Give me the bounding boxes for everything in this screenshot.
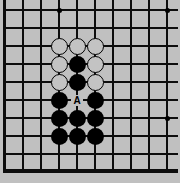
intersection	[140, 91, 158, 109]
intersection	[104, 37, 122, 55]
black-stone	[87, 92, 104, 109]
black-stone	[69, 110, 86, 127]
intersection	[32, 1, 50, 19]
intersection	[32, 145, 50, 163]
intersection	[32, 109, 50, 127]
black-stone	[87, 128, 104, 145]
intersection	[0, 145, 14, 163]
white-stone	[51, 74, 68, 91]
intersection	[14, 91, 32, 109]
intersection	[140, 145, 158, 163]
intersection	[158, 91, 176, 109]
intersection	[50, 73, 68, 91]
go-board: A	[0, 0, 180, 183]
white-stone	[51, 38, 68, 55]
intersection	[0, 127, 14, 145]
intersection	[140, 37, 158, 55]
intersection	[32, 163, 50, 181]
intersection	[140, 109, 158, 127]
intersection	[140, 1, 158, 19]
intersection	[50, 55, 68, 73]
black-stone	[51, 128, 68, 145]
intersection	[158, 1, 176, 19]
black-stone	[87, 110, 104, 127]
intersection	[0, 37, 14, 55]
intersection	[0, 91, 14, 109]
white-stone	[87, 74, 104, 91]
intersection	[158, 55, 176, 73]
intersection: A	[68, 91, 86, 109]
intersection	[86, 109, 104, 127]
intersection	[158, 145, 176, 163]
intersection	[122, 1, 140, 19]
intersection	[158, 19, 176, 37]
black-stone	[69, 128, 86, 145]
intersection	[122, 145, 140, 163]
intersection	[104, 163, 122, 181]
intersection	[122, 19, 140, 37]
point-label-A: A	[71, 95, 82, 106]
intersection	[86, 55, 104, 73]
intersection	[50, 37, 68, 55]
intersection	[50, 109, 68, 127]
intersection	[104, 55, 122, 73]
intersection	[86, 1, 104, 19]
intersection	[0, 19, 14, 37]
intersection	[32, 91, 50, 109]
intersection	[14, 55, 32, 73]
intersection	[122, 127, 140, 145]
intersection	[32, 19, 50, 37]
intersection	[86, 127, 104, 145]
intersection	[122, 109, 140, 127]
intersection	[68, 163, 86, 181]
intersection	[86, 73, 104, 91]
intersection	[86, 91, 104, 109]
intersection	[104, 145, 122, 163]
intersection	[14, 37, 32, 55]
intersection	[14, 19, 32, 37]
black-stone	[69, 56, 86, 73]
intersection	[50, 91, 68, 109]
intersection	[122, 55, 140, 73]
white-stone	[69, 38, 86, 55]
intersection	[104, 127, 122, 145]
intersection	[158, 109, 176, 127]
intersection	[0, 109, 14, 127]
intersection	[32, 55, 50, 73]
intersection	[0, 73, 14, 91]
intersection	[158, 37, 176, 55]
intersection	[86, 163, 104, 181]
intersection	[122, 73, 140, 91]
intersection	[32, 37, 50, 55]
intersection	[104, 91, 122, 109]
white-stone	[51, 56, 68, 73]
intersection	[68, 1, 86, 19]
intersection	[68, 127, 86, 145]
intersection	[122, 37, 140, 55]
intersection	[0, 55, 14, 73]
intersection	[86, 145, 104, 163]
intersection	[14, 1, 32, 19]
intersection	[104, 73, 122, 91]
intersection	[50, 127, 68, 145]
black-stone	[51, 110, 68, 127]
intersection	[104, 1, 122, 19]
intersection	[68, 109, 86, 127]
intersection	[104, 19, 122, 37]
intersection	[68, 145, 86, 163]
intersection	[50, 19, 68, 37]
intersection	[32, 127, 50, 145]
intersection	[158, 127, 176, 145]
board-grid: A	[0, 1, 176, 181]
intersection	[0, 163, 14, 181]
intersection	[68, 55, 86, 73]
intersection	[122, 91, 140, 109]
intersection	[0, 1, 14, 19]
white-stone	[87, 56, 104, 73]
intersection	[104, 109, 122, 127]
black-stone	[51, 92, 68, 109]
intersection	[158, 73, 176, 91]
intersection	[14, 127, 32, 145]
intersection	[14, 73, 32, 91]
intersection	[68, 19, 86, 37]
intersection	[86, 19, 104, 37]
intersection	[86, 37, 104, 55]
intersection	[122, 163, 140, 181]
intersection	[14, 145, 32, 163]
intersection	[14, 109, 32, 127]
intersection	[32, 73, 50, 91]
intersection	[140, 163, 158, 181]
intersection	[14, 163, 32, 181]
intersection	[50, 163, 68, 181]
intersection	[140, 127, 158, 145]
intersection	[50, 1, 68, 19]
intersection	[50, 145, 68, 163]
intersection	[68, 73, 86, 91]
intersection	[140, 19, 158, 37]
intersection	[158, 163, 176, 181]
intersection	[68, 37, 86, 55]
intersection	[140, 73, 158, 91]
white-stone	[87, 38, 104, 55]
intersection	[140, 55, 158, 73]
black-stone	[69, 74, 86, 91]
